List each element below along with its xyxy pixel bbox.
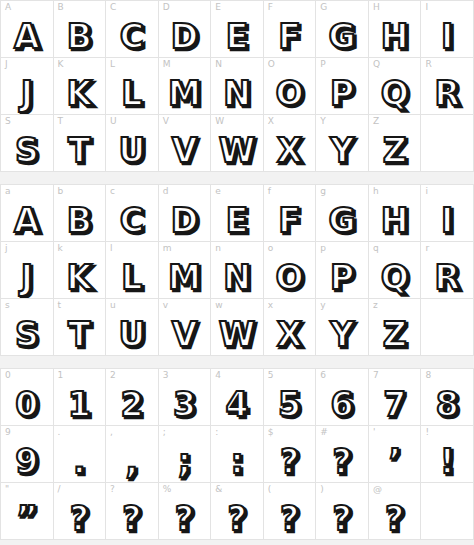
char-glyph: EE (211, 185, 263, 241)
char-glyph: 22 (106, 369, 158, 425)
char-glyph: GG (316, 185, 368, 241)
char-glyph: 11 (54, 369, 106, 425)
char-cell-S: SSS (1, 115, 54, 172)
char-cell-9: 999 (1, 426, 54, 483)
char-cell-&: &?? (211, 483, 264, 540)
char-glyph: TT (54, 299, 106, 355)
char-glyph: WW (211, 115, 263, 171)
char-cell-B: BBB (54, 1, 107, 58)
char-glyph: QQ (369, 58, 421, 114)
char-glyph: ?? (369, 483, 421, 539)
char-glyph: 44 (211, 369, 263, 425)
char-cell-o: oOO (264, 242, 317, 299)
char-cell-': '’’ (369, 426, 422, 483)
char-glyph: BB (54, 185, 106, 241)
char-cell-x: xXX (264, 299, 317, 356)
char-glyph: :: (211, 426, 263, 482)
char-glyph: VV (159, 115, 211, 171)
char-cell-i: iII (421, 185, 474, 242)
char-glyph: ”” (1, 483, 53, 539)
char-cell-A: AAA (1, 1, 54, 58)
char-glyph: ?? (264, 426, 316, 482)
char-glyph: LL (106, 58, 158, 114)
char-cell-7: 777 (369, 369, 422, 426)
char-cell-v: vVV (159, 299, 212, 356)
char-cell-M: MMM (159, 58, 212, 115)
char-cell-W: WWW (211, 115, 264, 172)
char-glyph: PP (316, 58, 368, 114)
char-glyph: OO (264, 242, 316, 298)
char-cell-w: wWW (211, 299, 264, 356)
char-glyph: SS (1, 299, 53, 355)
char-glyph: HH (369, 1, 421, 57)
empty-cell (421, 115, 474, 172)
char-cell-G: GGG (316, 1, 369, 58)
char-cell-": "”” (1, 483, 54, 540)
char-cell-%: %?? (159, 483, 212, 540)
char-cell-z: zZZ (369, 299, 422, 356)
char-glyph: OO (264, 58, 316, 114)
char-glyph: ZZ (369, 299, 421, 355)
char-cell-4: 444 (211, 369, 264, 426)
char-glyph: KK (54, 58, 106, 114)
empty-cell (421, 299, 474, 356)
char-glyph: YY (316, 299, 368, 355)
char-glyph: XX (264, 115, 316, 171)
char-cell-Z: ZZZ (369, 115, 422, 172)
char-cell-@: @?? (369, 483, 422, 540)
char-cell-y: yYY (316, 299, 369, 356)
char-glyph: CC (106, 185, 158, 241)
char-glyph: 77 (369, 369, 421, 425)
char-cell-s: sSS (1, 299, 54, 356)
char-glyph: EE (211, 1, 263, 57)
char-cell-c: cCC (106, 185, 159, 242)
char-cell-d: dDD (159, 185, 212, 242)
charmap: AAABBBCCCDDDEEEFFFGGGHHHIIIJJJKKKLLLMMMN… (0, 0, 474, 540)
char-cell-R: RRR (421, 58, 474, 115)
char-glyph: 88 (421, 369, 473, 425)
char-glyph: MM (159, 58, 211, 114)
char-glyph: ?? (211, 483, 263, 539)
char-cell-P: PPP (316, 58, 369, 115)
char-glyph: UU (106, 299, 158, 355)
char-cell-j: jJJ (1, 242, 54, 299)
char-cell-g: gGG (316, 185, 369, 242)
char-cell-D: DDD (159, 1, 212, 58)
char-glyph: JJ (1, 242, 53, 298)
charmap-section-uppercase-letters: AAABBBCCCDDDEEEFFFGGGHHHIIIJJJKKKLLLMMMN… (0, 0, 474, 172)
char-cell-m: mMM (159, 242, 212, 299)
char-cell-t: tTT (54, 299, 107, 356)
char-glyph: AA (1, 1, 53, 57)
char-glyph: CC (106, 1, 158, 57)
char-cell-2: 222 (106, 369, 159, 426)
char-glyph: SS (1, 115, 53, 171)
char-cell-r: rRR (421, 242, 474, 299)
char-glyph: BB (54, 1, 106, 57)
char-glyph: II (421, 1, 473, 57)
char-glyph: FF (264, 185, 316, 241)
char-cell-k: kKK (54, 242, 107, 299)
char-glyph: JJ (1, 58, 53, 114)
char-cell-3: 333 (159, 369, 212, 426)
char-glyph: RR (421, 242, 473, 298)
char-glyph: ?? (316, 426, 368, 482)
char-glyph: XX (264, 299, 316, 355)
char-cell-C: CCC (106, 1, 159, 58)
char-cell-J: JJJ (1, 58, 54, 115)
char-cell-Y: YYY (316, 115, 369, 172)
char-cell-$: $?? (264, 426, 317, 483)
charmap-section-lowercase-letters: aAAbBBcCCdDDeEEfFFgGGhHHiIIjJJkKKlLLmMMn… (0, 184, 474, 356)
char-glyph: !! (421, 426, 473, 482)
char-cell-): )?? (316, 483, 369, 540)
char-cell-E: EEE (211, 1, 264, 58)
char-glyph: 99 (1, 426, 53, 482)
char-cell-b: bBB (54, 185, 107, 242)
char-cell-1: 111 (54, 369, 107, 426)
char-cell-T: TTT (54, 115, 107, 172)
char-glyph: UU (106, 115, 158, 171)
char-glyph: 55 (264, 369, 316, 425)
char-glyph: YY (316, 115, 368, 171)
char-cell-!: !!! (421, 426, 474, 483)
char-glyph: 00 (1, 369, 53, 425)
char-glyph: WW (211, 299, 263, 355)
char-cell-H: HHH (369, 1, 422, 58)
char-cell-I: III (421, 1, 474, 58)
char-cell-F: FFF (264, 1, 317, 58)
char-glyph: ?? (106, 483, 158, 539)
char-glyph: RR (421, 58, 473, 114)
char-cell-f: fFF (264, 185, 317, 242)
char-cell-,: ,,, (106, 426, 159, 483)
char-cell-u: uUU (106, 299, 159, 356)
char-cell-X: XXX (264, 115, 317, 172)
char-cell-V: VVV (159, 115, 212, 172)
char-glyph: ?? (54, 483, 106, 539)
char-glyph: PP (316, 242, 368, 298)
char-glyph: DD (159, 1, 211, 57)
char-glyph: ’’ (369, 426, 421, 482)
char-glyph: QQ (369, 242, 421, 298)
char-glyph: DD (159, 185, 211, 241)
char-glyph: 33 (159, 369, 211, 425)
char-cell-5: 555 (264, 369, 317, 426)
char-cell-?: ??? (106, 483, 159, 540)
char-cell-Q: QQQ (369, 58, 422, 115)
char-glyph: II (421, 185, 473, 241)
char-cell-n: nNN (211, 242, 264, 299)
charmap-section-numbers-punctuation: 000111222333444555666777888999...,,,;;;:… (0, 368, 474, 540)
char-cell-O: OOO (264, 58, 317, 115)
char-glyph: MM (159, 242, 211, 298)
char-glyph: KK (54, 242, 106, 298)
char-glyph: ?? (159, 483, 211, 539)
char-cell-8: 888 (421, 369, 474, 426)
char-glyph: TT (54, 115, 106, 171)
char-cell-#: #?? (316, 426, 369, 483)
char-glyph: FF (264, 1, 316, 57)
char-cell-l: lLL (106, 242, 159, 299)
char-glyph: NN (211, 58, 263, 114)
char-cell-a: aAA (1, 185, 54, 242)
char-cell-.: ... (54, 426, 107, 483)
char-cell-L: LLL (106, 58, 159, 115)
char-glyph: .. (54, 426, 106, 482)
char-cell-q: qQQ (369, 242, 422, 299)
char-cell-U: UUU (106, 115, 159, 172)
char-cell-:: ::: (211, 426, 264, 483)
char-glyph: ,, (106, 426, 158, 482)
char-glyph: LL (106, 242, 158, 298)
char-glyph: ?? (264, 483, 316, 539)
char-glyph: ?? (316, 483, 368, 539)
char-glyph: GG (316, 1, 368, 57)
char-glyph: AA (1, 185, 53, 241)
char-cell-6: 666 (316, 369, 369, 426)
char-glyph: HH (369, 185, 421, 241)
char-glyph: ;; (159, 426, 211, 482)
char-cell-K: KKK (54, 58, 107, 115)
char-glyph: VV (159, 299, 211, 355)
char-cell-(: (?? (264, 483, 317, 540)
char-cell-e: eEE (211, 185, 264, 242)
char-cell-/: /?? (54, 483, 107, 540)
char-cell-h: hHH (369, 185, 422, 242)
empty-cell (421, 483, 474, 540)
char-cell-N: NNN (211, 58, 264, 115)
char-glyph: 66 (316, 369, 368, 425)
char-glyph: NN (211, 242, 263, 298)
char-glyph: ZZ (369, 115, 421, 171)
char-cell-;: ;;; (159, 426, 212, 483)
char-cell-p: pPP (316, 242, 369, 299)
char-cell-0: 000 (1, 369, 54, 426)
